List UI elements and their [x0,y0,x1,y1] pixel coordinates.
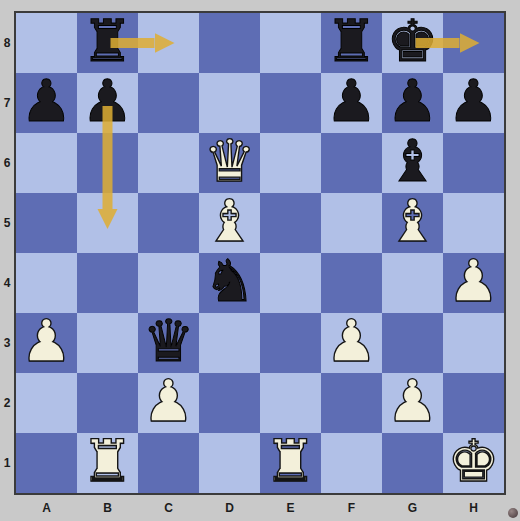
square-f8[interactable]: ♜ [321,13,382,73]
square-g6[interactable]: ♝ [382,133,443,193]
square-g3[interactable] [382,313,443,373]
piece-black-king-g8[interactable]: ♚ [387,12,439,70]
square-b4[interactable] [77,253,138,313]
square-c4[interactable] [138,253,199,313]
square-d4[interactable]: ♞ [199,253,260,313]
square-c2[interactable]: ♟ [138,373,199,433]
piece-white-pawn-c2[interactable]: ♟ [143,372,195,430]
piece-white-pawn-a3[interactable]: ♟ [21,312,73,370]
square-a4[interactable] [16,253,77,313]
square-f3[interactable]: ♟ [321,313,382,373]
square-d3[interactable] [199,313,260,373]
square-a3[interactable]: ♟ [16,313,77,373]
file-labels: ABCDEFGH [16,497,504,519]
square-e3[interactable] [260,313,321,373]
square-e5[interactable] [260,193,321,253]
square-d2[interactable] [199,373,260,433]
turn-indicator-dot [508,508,518,518]
square-e6[interactable] [260,133,321,193]
square-b1[interactable]: ♜ [77,433,138,493]
rank-label-6: 6 [0,133,14,193]
chess-app-window: 87654321 ♜♜♚♟♟♟♟♟♛♝♝♝♞♟♟♛♟♟♟♜♜♚ ABCDEFGH [0,0,520,521]
piece-black-rook-b8[interactable]: ♜ [82,12,134,70]
square-g5[interactable]: ♝ [382,193,443,253]
piece-black-pawn-b7[interactable]: ♟ [82,72,134,130]
square-f5[interactable] [321,193,382,253]
square-f7[interactable]: ♟ [321,73,382,133]
square-b7[interactable]: ♟ [77,73,138,133]
piece-black-pawn-g7[interactable]: ♟ [387,72,439,130]
piece-black-pawn-f7[interactable]: ♟ [326,72,378,130]
piece-white-queen-d6[interactable]: ♛ [204,132,256,190]
square-h8[interactable] [443,13,504,73]
square-a6[interactable] [16,133,77,193]
rank-label-5: 5 [0,193,14,253]
square-g4[interactable] [382,253,443,313]
square-e8[interactable] [260,13,321,73]
piece-white-pawn-f3[interactable]: ♟ [326,312,378,370]
square-h6[interactable] [443,133,504,193]
square-e4[interactable] [260,253,321,313]
piece-white-king-h1[interactable]: ♚ [448,432,500,490]
file-label-b: B [77,497,138,519]
square-e1[interactable]: ♜ [260,433,321,493]
rank-label-2: 2 [0,373,14,433]
file-label-a: A [16,497,77,519]
square-b5[interactable] [77,193,138,253]
square-c6[interactable] [138,133,199,193]
piece-white-bishop-d5[interactable]: ♝ [204,192,256,250]
piece-black-pawn-h7[interactable]: ♟ [448,72,500,130]
square-d8[interactable] [199,13,260,73]
square-a5[interactable] [16,193,77,253]
square-b6[interactable] [77,133,138,193]
square-f6[interactable] [321,133,382,193]
square-h4[interactable]: ♟ [443,253,504,313]
square-d1[interactable] [199,433,260,493]
rank-label-4: 4 [0,253,14,313]
square-d7[interactable] [199,73,260,133]
rank-label-1: 1 [0,433,14,493]
square-a7[interactable]: ♟ [16,73,77,133]
piece-white-pawn-h4[interactable]: ♟ [448,252,500,310]
piece-white-rook-b1[interactable]: ♜ [82,432,134,490]
square-e2[interactable] [260,373,321,433]
square-f4[interactable] [321,253,382,313]
square-a1[interactable] [16,433,77,493]
square-g8[interactable]: ♚ [382,13,443,73]
square-e7[interactable] [260,73,321,133]
piece-black-pawn-a7[interactable]: ♟ [21,72,73,130]
square-f2[interactable] [321,373,382,433]
square-h2[interactable] [443,373,504,433]
file-label-h: H [443,497,504,519]
rank-label-3: 3 [0,313,14,373]
square-a2[interactable] [16,373,77,433]
piece-black-queen-c3[interactable]: ♛ [143,312,195,370]
square-a8[interactable] [16,13,77,73]
file-label-e: E [260,497,321,519]
piece-black-knight-d4[interactable]: ♞ [204,252,256,310]
square-c5[interactable] [138,193,199,253]
file-label-c: C [138,497,199,519]
square-b3[interactable] [77,313,138,373]
square-h3[interactable] [443,313,504,373]
square-c1[interactable] [138,433,199,493]
square-g2[interactable]: ♟ [382,373,443,433]
square-c8[interactable] [138,13,199,73]
square-c7[interactable] [138,73,199,133]
file-label-d: D [199,497,260,519]
file-label-f: F [321,497,382,519]
chess-board[interactable]: ♜♜♚♟♟♟♟♟♛♝♝♝♞♟♟♛♟♟♟♜♜♚ [14,11,506,495]
square-b2[interactable] [77,373,138,433]
rank-label-7: 7 [0,73,14,133]
square-h5[interactable] [443,193,504,253]
square-d6[interactable]: ♛ [199,133,260,193]
square-g7[interactable]: ♟ [382,73,443,133]
file-label-g: G [382,497,443,519]
square-h7[interactable]: ♟ [443,73,504,133]
piece-black-rook-f8[interactable]: ♜ [326,12,378,70]
piece-black-bishop-g6[interactable]: ♝ [387,132,439,190]
rank-label-8: 8 [0,13,14,73]
piece-white-pawn-g2[interactable]: ♟ [387,372,439,430]
square-b8[interactable]: ♜ [77,13,138,73]
square-h1[interactable]: ♚ [443,433,504,493]
square-g1[interactable] [382,433,443,493]
square-d5[interactable]: ♝ [199,193,260,253]
square-c3[interactable]: ♛ [138,313,199,373]
rank-labels: 87654321 [0,13,14,493]
piece-white-bishop-g5[interactable]: ♝ [387,192,439,250]
piece-white-rook-e1[interactable]: ♜ [265,432,317,490]
square-f1[interactable] [321,433,382,493]
